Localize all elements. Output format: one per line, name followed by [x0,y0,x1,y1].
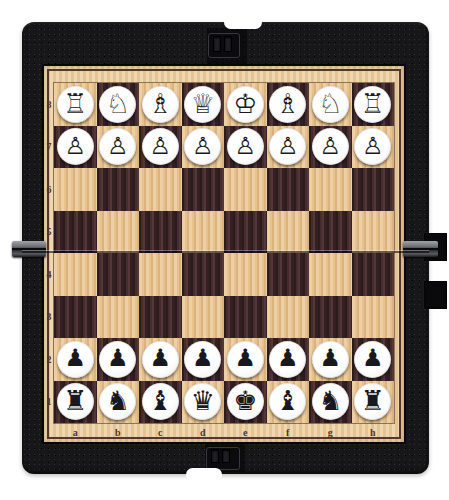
square-a5[interactable] [54,211,97,254]
square-g1[interactable]: ♞ [309,381,352,424]
piece-black-bishop[interactable]: ♝ [269,383,306,420]
square-d5[interactable] [182,211,225,254]
hinge-left [12,241,46,257]
square-h6[interactable] [352,168,395,211]
black-pawn-glyph: ♟ [149,346,171,370]
square-h8[interactable]: ♖ [352,83,395,126]
square-e6[interactable] [224,168,267,211]
square-f1[interactable]: ♝ [267,381,310,424]
square-c6[interactable] [139,168,182,211]
chess-board: ♖♘♗♕♔♗♘♖♙♙♙♙♙♙♙♙♟♟♟♟♟♟♟♟♜♞♝♛♚♝♞♜ 8765432… [44,66,404,442]
square-h3[interactable] [352,296,395,339]
square-d2[interactable]: ♟ [182,338,225,381]
square-a3[interactable] [54,296,97,339]
white-pawn-glyph: ♙ [234,134,256,158]
latch-slot [225,37,231,51]
square-f6[interactable] [267,168,310,211]
piece-black-bishop[interactable]: ♝ [142,383,179,420]
square-h4[interactable] [352,253,395,296]
black-pawn-glyph: ♟ [277,346,299,370]
square-e2[interactable]: ♟ [224,338,267,381]
piece-white-bishop[interactable]: ♗ [269,86,306,123]
square-b4[interactable] [97,253,140,296]
square-a8[interactable]: ♖ [54,83,97,126]
latch-slot [223,450,229,462]
white-rook-glyph: ♖ [63,90,87,117]
piece-white-pawn[interactable]: ♙ [312,128,349,165]
square-c3[interactable] [139,296,182,339]
white-bishop-glyph: ♗ [148,90,172,117]
piece-black-knight[interactable]: ♞ [312,383,349,420]
case-notch-top [224,16,262,29]
square-g5[interactable] [309,211,352,254]
rank-label-3: 3 [44,296,54,339]
square-h5[interactable] [352,211,395,254]
file-label-e: e [224,423,267,441]
piece-white-knight[interactable]: ♘ [99,86,136,123]
black-knight-glyph: ♞ [318,387,342,414]
square-f3[interactable] [267,296,310,339]
white-knight-glyph: ♘ [106,90,130,117]
piece-black-knight[interactable]: ♞ [99,383,136,420]
piece-black-pawn[interactable]: ♟ [142,341,179,378]
latch-slot [214,37,220,51]
piece-black-pawn[interactable]: ♟ [269,341,306,378]
board-grid: ♖♘♗♕♔♗♘♖♙♙♙♙♙♙♙♙♟♟♟♟♟♟♟♟♜♞♝♛♚♝♞♜ [54,83,394,423]
fold-seam [22,250,429,253]
white-pawn-glyph: ♙ [107,134,129,158]
black-rook-glyph: ♜ [63,387,87,414]
case-notch-bottom [186,468,222,481]
square-g8[interactable]: ♘ [309,83,352,126]
black-knight-glyph: ♞ [106,387,130,414]
square-d8[interactable]: ♕ [182,83,225,126]
white-pawn-glyph: ♙ [277,134,299,158]
white-king-glyph: ♔ [233,90,257,117]
black-bishop-glyph: ♝ [276,387,300,414]
square-d3[interactable] [182,296,225,339]
square-e8[interactable]: ♔ [224,83,267,126]
white-pawn-glyph: ♙ [362,134,384,158]
square-f7[interactable]: ♙ [267,126,310,169]
piece-black-pawn[interactable]: ♟ [354,341,391,378]
file-label-h: h [352,423,395,441]
piece-white-king[interactable]: ♔ [227,86,264,123]
piece-black-rook[interactable]: ♜ [57,383,94,420]
piece-white-pawn[interactable]: ♙ [227,128,264,165]
square-c7[interactable]: ♙ [139,126,182,169]
square-b2[interactable]: ♟ [97,338,140,381]
rank-label-1: 1 [44,381,54,424]
file-label-b: b [97,423,140,441]
white-pawn-glyph: ♙ [149,134,171,158]
rank-label-4: 4 [44,253,54,296]
white-knight-glyph: ♘ [318,90,342,117]
square-b3[interactable] [97,296,140,339]
square-d6[interactable] [182,168,225,211]
file-label-c: c [139,423,182,441]
piece-black-pawn[interactable]: ♟ [57,341,94,378]
square-f8[interactable]: ♗ [267,83,310,126]
white-pawn-glyph: ♙ [192,134,214,158]
square-c4[interactable] [139,253,182,296]
hinge-right [403,241,438,257]
square-a6[interactable] [54,168,97,211]
piece-white-rook[interactable]: ♖ [57,86,94,123]
piece-white-bishop[interactable]: ♗ [142,86,179,123]
black-pawn-glyph: ♟ [362,346,384,370]
piece-white-pawn[interactable]: ♙ [142,128,179,165]
black-pawn-glyph: ♟ [64,346,86,370]
case-recess-panel [424,281,447,309]
square-a2[interactable]: ♟ [54,338,97,381]
piece-white-queen[interactable]: ♕ [184,86,221,123]
latch-bottom[interactable] [206,447,240,470]
black-pawn-glyph: ♟ [107,346,129,370]
square-e1[interactable]: ♚ [224,381,267,424]
black-pawn-glyph: ♟ [234,346,256,370]
piece-black-rook[interactable]: ♜ [354,383,391,420]
piece-white-pawn[interactable]: ♙ [354,128,391,165]
rank-label-6: 6 [44,168,54,211]
file-label-f: f [267,423,310,441]
black-queen-glyph: ♛ [191,387,215,414]
square-f2[interactable]: ♟ [267,338,310,381]
square-e7[interactable]: ♙ [224,126,267,169]
square-e4[interactable] [224,253,267,296]
black-pawn-glyph: ♟ [319,346,341,370]
piece-white-knight[interactable]: ♘ [312,86,349,123]
square-a1[interactable]: ♜ [54,381,97,424]
white-pawn-glyph: ♙ [319,134,341,158]
square-d4[interactable] [182,253,225,296]
square-d7[interactable]: ♙ [182,126,225,169]
square-f5[interactable] [267,211,310,254]
black-king-glyph: ♚ [233,387,257,414]
square-b5[interactable] [97,211,140,254]
square-e5[interactable] [224,211,267,254]
square-c1[interactable]: ♝ [139,381,182,424]
square-c2[interactable]: ♟ [139,338,182,381]
piece-black-pawn[interactable]: ♟ [227,341,264,378]
square-b7[interactable]: ♙ [97,126,140,169]
piece-white-pawn[interactable]: ♙ [269,128,306,165]
file-label-a: a [54,423,97,441]
square-g4[interactable] [309,253,352,296]
file-label-g: g [309,423,352,441]
square-g6[interactable] [309,168,352,211]
rank-label-2: 2 [44,338,54,381]
square-b6[interactable] [97,168,140,211]
square-d1[interactable]: ♛ [182,381,225,424]
black-pawn-glyph: ♟ [192,346,214,370]
latch-slot [212,450,218,462]
piece-black-pawn[interactable]: ♟ [312,341,349,378]
piece-white-rook[interactable]: ♖ [354,86,391,123]
photo-background: ♖♘♗♕♔♗♘♖♙♙♙♙♙♙♙♙♟♟♟♟♟♟♟♟♜♞♝♛♚♝♞♜ 8765432… [0,0,449,500]
piece-white-pawn[interactable]: ♙ [99,128,136,165]
white-pawn-glyph: ♙ [64,134,86,158]
piece-black-pawn[interactable]: ♟ [99,341,136,378]
white-bishop-glyph: ♗ [276,90,300,117]
black-rook-glyph: ♜ [361,387,385,414]
latch-top[interactable] [208,33,240,58]
square-h2[interactable]: ♟ [352,338,395,381]
white-rook-glyph: ♖ [361,90,385,117]
square-g3[interactable] [309,296,352,339]
square-c8[interactable]: ♗ [139,83,182,126]
square-c5[interactable] [139,211,182,254]
piece-white-pawn[interactable]: ♙ [184,128,221,165]
file-label-d: d [182,423,225,441]
piece-black-queen[interactable]: ♛ [184,383,221,420]
square-b1[interactable]: ♞ [97,381,140,424]
square-g7[interactable]: ♙ [309,126,352,169]
square-f4[interactable] [267,253,310,296]
square-h7[interactable]: ♙ [352,126,395,169]
square-g2[interactable]: ♟ [309,338,352,381]
rank-label-8: 8 [44,83,54,126]
white-queen-glyph: ♕ [191,90,215,117]
black-bishop-glyph: ♝ [148,387,172,414]
square-e3[interactable] [224,296,267,339]
piece-black-king[interactable]: ♚ [227,383,264,420]
square-a7[interactable]: ♙ [54,126,97,169]
square-b8[interactable]: ♘ [97,83,140,126]
rank-label-7: 7 [44,126,54,169]
square-h1[interactable]: ♜ [352,381,395,424]
square-a4[interactable] [54,253,97,296]
piece-black-pawn[interactable]: ♟ [184,341,221,378]
piece-white-pawn[interactable]: ♙ [57,128,94,165]
